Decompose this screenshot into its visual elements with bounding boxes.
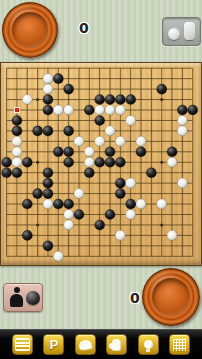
stone-black: [22, 230, 32, 240]
stone-black: [12, 115, 22, 125]
letter-p-icon: P: [50, 338, 59, 351]
stone-white: [126, 115, 136, 125]
stone-black: [43, 126, 53, 136]
stone-black: [105, 209, 115, 219]
stone-black: [33, 126, 43, 136]
hoshi-dot: [36, 223, 39, 226]
stone-black: [105, 157, 115, 167]
stone-black: [95, 220, 105, 230]
stone-black: [84, 168, 94, 178]
stone-black: [115, 189, 125, 199]
stone-white: [74, 189, 84, 199]
board-grid-svg: [1, 63, 201, 265]
white-captures-count: 0: [79, 20, 89, 36]
stone-black: [167, 147, 177, 157]
stone-white: [12, 147, 22, 157]
white-stone-bowl: [2, 2, 58, 58]
stone-white: [157, 199, 167, 209]
stone-black: [157, 84, 167, 94]
hand-button[interactable]: [106, 334, 127, 355]
black-stone-bowl: [142, 268, 200, 326]
human-player-icon: [10, 287, 23, 308]
stone-black: [95, 115, 105, 125]
stone-white: [53, 105, 63, 115]
stone-white: [105, 126, 115, 136]
stone-white: [136, 199, 146, 209]
move-marker: [14, 107, 19, 112]
stone-white: [12, 136, 22, 146]
place-stone-button[interactable]: [75, 334, 96, 355]
stone-black: [64, 126, 74, 136]
pass-button[interactable]: P: [43, 334, 64, 355]
stone-black: [126, 95, 136, 105]
stone-black: [115, 157, 125, 167]
hoshi-dot: [36, 161, 39, 164]
menu-button[interactable]: [12, 334, 33, 355]
stone-black: [43, 178, 53, 188]
stone-white: [84, 157, 94, 167]
hoshi-dot: [160, 161, 163, 164]
stone-white: [115, 105, 125, 115]
app-screen: 0 0 P: [0, 0, 202, 359]
stone-cursor-icon: [78, 338, 93, 350]
stone-black: [115, 95, 125, 105]
stone-white: [84, 147, 94, 157]
stone-white: [167, 157, 177, 167]
stone-white: [136, 136, 146, 146]
stone-black: [43, 168, 53, 178]
stone-white: [95, 136, 105, 146]
stone-white: [115, 136, 125, 146]
black-player-panel: [3, 283, 43, 312]
stone-white: [22, 95, 32, 105]
stone-black: [95, 157, 105, 167]
stone-white: [43, 199, 53, 209]
stone-white: [126, 209, 136, 219]
stone-white: [167, 230, 177, 240]
stone-black: [136, 147, 146, 157]
stone-black: [64, 199, 74, 209]
stone-white: [95, 105, 105, 115]
go-board[interactable]: [0, 62, 202, 266]
stone-black: [43, 241, 53, 251]
stone-black: [43, 189, 53, 199]
white-player-panel: [162, 17, 201, 46]
stone-black: [95, 95, 105, 105]
stone-white: [43, 74, 53, 84]
hoshi-dot: [36, 98, 39, 101]
stone-white: [126, 178, 136, 188]
hand-icon: [112, 339, 121, 351]
stone-black: [115, 178, 125, 188]
stone-black: [105, 95, 115, 105]
stone-white: [177, 115, 187, 125]
stone-white: [12, 157, 22, 167]
stone-black: [12, 168, 22, 178]
stone-black: [53, 199, 63, 209]
stone-white: [105, 105, 115, 115]
stone-black: [126, 199, 136, 209]
stone-white: [64, 220, 74, 230]
stone-black: [43, 105, 53, 115]
stone-black: [188, 105, 198, 115]
stone-black: [64, 84, 74, 94]
hoshi-dot: [160, 98, 163, 101]
stone-white: [74, 136, 84, 146]
black-captures-count: 0: [130, 290, 140, 306]
board-button[interactable]: [169, 334, 190, 355]
hoshi-dot: [160, 223, 163, 226]
stone-black: [2, 157, 12, 167]
stone-black: [84, 105, 94, 115]
white-tray-icon: [184, 22, 195, 40]
stone-black: [2, 168, 12, 178]
black-stone-icon: [26, 291, 40, 305]
stone-white: [53, 251, 63, 261]
stone-black: [74, 209, 84, 219]
stone-white: [64, 209, 74, 219]
hint-button[interactable]: [138, 334, 159, 355]
list-icon: [15, 338, 30, 351]
stone-black: [43, 95, 53, 105]
stone-black: [33, 189, 43, 199]
toolbar: P: [0, 329, 202, 359]
stone-black: [146, 168, 156, 178]
stone-black: [177, 105, 187, 115]
stone-white: [43, 84, 53, 94]
stone-black: [22, 157, 32, 167]
bulb-icon: [144, 340, 153, 349]
stone-white: [115, 230, 125, 240]
stone-black: [12, 126, 22, 136]
white-stone-icon: [168, 28, 180, 40]
stone-black: [53, 147, 63, 157]
stone-black: [22, 199, 32, 209]
stone-black: [64, 147, 74, 157]
grid-icon: [173, 339, 186, 351]
stone-black: [53, 74, 63, 84]
stone-white: [177, 178, 187, 188]
stone-white: [64, 105, 74, 115]
stone-black: [105, 147, 115, 157]
stone-white: [177, 126, 187, 136]
stone-black: [64, 157, 74, 167]
